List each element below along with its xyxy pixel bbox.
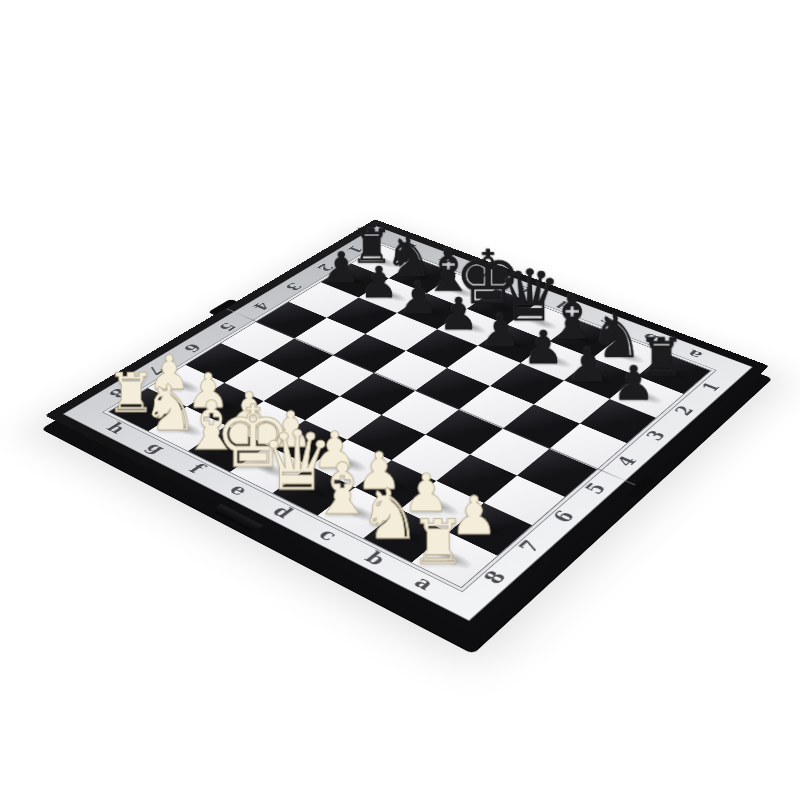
white-rook-a8: ♜ [411, 511, 466, 573]
scene: ♜♞♝♚♛♝♞♜♟♟♟♟♟♟♟♟♟♟♟♟♟♟♟♟♜♞♝♚♛♝♞♜ hhggffe… [0, 0, 800, 800]
black-pawn-e2: ♟ [439, 291, 479, 336]
black-pawn-d2: ♟ [480, 308, 521, 353]
playfield: ♜♞♝♚♛♝♞♜♟♟♟♟♟♟♟♟♟♟♟♟♟♟♟♟♜♞♝♚♛♝♞♜ [108, 245, 712, 588]
board-top: ♜♞♝♚♛♝♞♜♟♟♟♟♟♟♟♟♟♟♟♟♟♟♟♟♜♞♝♚♛♝♞♜ hhggffe… [45, 219, 769, 635]
black-pawn-b2: ♟ [567, 341, 609, 388]
black-pawn-h2: ♟ [322, 246, 360, 289]
black-pawn-a2: ♟ [613, 359, 656, 407]
product-photo-background: ♜♞♝♚♛♝♞♜♟♟♟♟♟♟♟♟♟♟♟♟♟♟♟♟♜♞♝♚♛♝♞♜ hhggffe… [0, 0, 800, 800]
black-pawn-f2: ♟ [399, 276, 439, 320]
hinge-left [208, 299, 238, 315]
black-pawn-g2: ♟ [360, 261, 399, 304]
black-pawn-c2: ♟ [523, 324, 564, 370]
chess-board: ♜♞♝♚♛♝♞♜♟♟♟♟♟♟♟♟♟♟♟♟♟♟♟♟♜♞♝♚♛♝♞♜ hhggffe… [45, 219, 769, 635]
